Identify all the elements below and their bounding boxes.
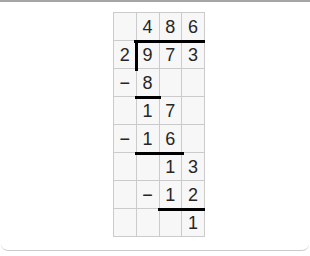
cell-r1c1 [114,13,137,41]
cell-r2c3: 7 [160,41,183,69]
cell-r3c1: − [114,69,137,97]
cell-r3c2: 8 [137,69,160,97]
subtraction-underline-2 [135,152,184,155]
cell-r8c1 [114,209,137,237]
cell-r2c1: 2 [114,41,137,69]
cell-r6c4: 3 [182,153,205,181]
subtraction-underline-1 [135,96,161,99]
cell-r6c1 [114,153,137,181]
cell-r1c3: 8 [160,13,183,41]
subtraction-underline-3 [158,208,205,211]
division-bracket-horizontal-line [134,40,205,43]
division-bracket-vertical-line [135,40,138,71]
cell-r7c2: − [137,181,160,209]
cell-r6c3: 1 [160,153,183,181]
cell-r2c4: 3 [182,41,205,69]
long-division-grid: 4862973−817−1613−121 [113,12,205,237]
cell-r3c4 [182,69,205,97]
cell-r4c1 [114,97,137,125]
cell-r8c3 [160,209,183,237]
cell-r4c3: 7 [160,97,183,125]
cell-r5c2: 1 [137,125,160,153]
page: 4862973−817−1613−121 [0,0,310,256]
cell-r7c3: 1 [160,181,183,209]
cell-r7c1 [114,181,137,209]
cell-r5c4 [182,125,205,153]
cell-r7c4: 2 [182,181,205,209]
cell-r8c2 [137,209,160,237]
cell-r5c3: 6 [160,125,183,153]
cell-r4c4 [182,97,205,125]
cell-r4c2: 1 [137,97,160,125]
cell-r8c4: 1 [182,209,205,237]
cell-r1c2: 4 [137,13,160,41]
cell-r3c3 [160,69,183,97]
cell-r2c2: 9 [137,41,160,69]
cell-r5c1: − [114,125,137,153]
cell-r1c4: 6 [182,13,205,41]
cell-r6c2 [137,153,160,181]
